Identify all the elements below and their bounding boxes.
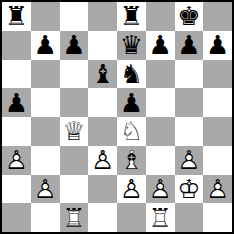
black-knight: ♞	[117, 60, 146, 89]
black-piece-fill: ♝	[88, 60, 117, 89]
square-g1[interactable]	[175, 203, 204, 232]
white-queen: ♛♕	[60, 117, 89, 146]
black-piece-fill: ♟	[203, 31, 232, 60]
square-d1[interactable]	[88, 203, 117, 232]
black-piece-fill: ♟	[117, 88, 146, 117]
square-h4[interactable]	[203, 117, 232, 146]
square-d2[interactable]	[88, 175, 117, 204]
square-b3[interactable]	[31, 146, 60, 175]
square-c1[interactable]: ♜♖	[60, 203, 89, 232]
square-c7[interactable]: ♟	[60, 31, 89, 60]
square-e5[interactable]: ♟	[117, 88, 146, 117]
square-b2[interactable]: ♟♙	[31, 175, 60, 204]
black-pawn: ♟	[60, 31, 89, 60]
square-d7[interactable]	[88, 31, 117, 60]
black-piece-fill: ♟	[146, 31, 175, 60]
white-piece-outline: ♖	[60, 203, 89, 232]
square-b5[interactable]	[31, 88, 60, 117]
square-g5[interactable]	[175, 88, 204, 117]
square-e3[interactable]: ♝♗	[117, 146, 146, 175]
square-e2[interactable]: ♟♙	[117, 175, 146, 204]
black-pawn: ♟	[146, 31, 175, 60]
square-d6[interactable]: ♝	[88, 60, 117, 89]
square-c4[interactable]: ♛♕	[60, 117, 89, 146]
white-piece-outline: ♔	[175, 175, 204, 204]
square-h8[interactable]	[203, 2, 232, 31]
square-e6[interactable]: ♞	[117, 60, 146, 89]
white-piece-outline: ♙	[88, 146, 117, 175]
square-f3[interactable]	[146, 146, 175, 175]
square-d8[interactable]	[88, 2, 117, 31]
square-f7[interactable]: ♟	[146, 31, 175, 60]
black-piece-fill: ♛	[117, 31, 146, 60]
black-piece-fill: ♞	[117, 60, 146, 89]
white-rook: ♜♖	[60, 203, 89, 232]
white-pawn: ♟♙	[2, 146, 31, 175]
chess-board[interactable]: ♜♜♚♟♟♛♟♟♟♝♞♟♟♛♕♞♘♟♙♟♙♝♗♟♙♟♙♟♙♟♙♚♔♟♙♜♖♜♖	[0, 0, 234, 234]
white-piece-outline: ♙	[203, 175, 232, 204]
black-rook: ♜	[2, 2, 31, 31]
square-h1[interactable]	[203, 203, 232, 232]
chess-diagram: ♜♜♚♟♟♛♟♟♟♝♞♟♟♛♕♞♘♟♙♟♙♝♗♟♙♟♙♟♙♟♙♚♔♟♙♜♖♜♖	[0, 0, 234, 234]
white-piece-outline: ♕	[60, 117, 89, 146]
white-piece-outline: ♙	[146, 175, 175, 204]
black-bishop: ♝	[88, 60, 117, 89]
square-g7[interactable]: ♟	[175, 31, 204, 60]
white-rook: ♜♖	[146, 203, 175, 232]
black-pawn: ♟	[203, 31, 232, 60]
white-piece-outline: ♖	[146, 203, 175, 232]
white-pawn: ♟♙	[88, 146, 117, 175]
square-c6[interactable]	[60, 60, 89, 89]
square-b1[interactable]	[31, 203, 60, 232]
square-f8[interactable]	[146, 2, 175, 31]
black-piece-fill: ♚	[175, 2, 204, 31]
square-h5[interactable]	[203, 88, 232, 117]
square-a1[interactable]	[2, 203, 31, 232]
black-piece-fill: ♜	[117, 2, 146, 31]
square-c2[interactable]	[60, 175, 89, 204]
white-pawn: ♟♙	[203, 175, 232, 204]
black-piece-fill: ♟	[31, 31, 60, 60]
white-piece-outline: ♙	[31, 175, 60, 204]
square-a5[interactable]: ♟	[2, 88, 31, 117]
white-piece-outline: ♗	[117, 146, 146, 175]
square-b6[interactable]	[31, 60, 60, 89]
square-h6[interactable]	[203, 60, 232, 89]
white-pawn: ♟♙	[146, 175, 175, 204]
square-h2[interactable]: ♟♙	[203, 175, 232, 204]
square-g6[interactable]	[175, 60, 204, 89]
black-queen: ♛	[117, 31, 146, 60]
white-king: ♚♔	[175, 175, 204, 204]
black-king: ♚	[175, 2, 204, 31]
white-pawn: ♟♙	[175, 146, 204, 175]
square-g2[interactable]: ♚♔	[175, 175, 204, 204]
white-piece-outline: ♙	[117, 175, 146, 204]
black-piece-fill: ♜	[2, 2, 31, 31]
square-g4[interactable]	[175, 117, 204, 146]
square-a4[interactable]	[2, 117, 31, 146]
square-e4[interactable]: ♞♘	[117, 117, 146, 146]
white-pawn: ♟♙	[31, 175, 60, 204]
black-rook: ♜	[117, 2, 146, 31]
square-c3[interactable]	[60, 146, 89, 175]
square-c8[interactable]	[60, 2, 89, 31]
square-g3[interactable]: ♟♙	[175, 146, 204, 175]
black-pawn: ♟	[117, 88, 146, 117]
square-a8[interactable]: ♜	[2, 2, 31, 31]
square-d5[interactable]	[88, 88, 117, 117]
white-piece-outline: ♙	[2, 146, 31, 175]
square-f1[interactable]: ♜♖	[146, 203, 175, 232]
white-piece-outline: ♘	[117, 117, 146, 146]
black-piece-fill: ♟	[2, 88, 31, 117]
black-pawn: ♟	[2, 88, 31, 117]
white-piece-outline: ♙	[175, 146, 204, 175]
square-a3[interactable]: ♟♙	[2, 146, 31, 175]
square-e7[interactable]: ♛	[117, 31, 146, 60]
square-d3[interactable]: ♟♙	[88, 146, 117, 175]
black-piece-fill: ♟	[175, 31, 204, 60]
black-pawn: ♟	[175, 31, 204, 60]
black-pawn: ♟	[31, 31, 60, 60]
square-a6[interactable]	[2, 60, 31, 89]
black-piece-fill: ♟	[60, 31, 89, 60]
square-b4[interactable]	[31, 117, 60, 146]
square-h7[interactable]: ♟	[203, 31, 232, 60]
square-b7[interactable]: ♟	[31, 31, 60, 60]
square-f5[interactable]	[146, 88, 175, 117]
square-f6[interactable]	[146, 60, 175, 89]
white-knight: ♞♘	[117, 117, 146, 146]
square-b8[interactable]	[31, 2, 60, 31]
square-d4[interactable]	[88, 117, 117, 146]
white-bishop: ♝♗	[117, 146, 146, 175]
square-a2[interactable]	[2, 175, 31, 204]
square-h3[interactable]	[203, 146, 232, 175]
square-e1[interactable]	[117, 203, 146, 232]
square-c5[interactable]	[60, 88, 89, 117]
square-f2[interactable]: ♟♙	[146, 175, 175, 204]
square-g8[interactable]: ♚	[175, 2, 204, 31]
white-pawn: ♟♙	[117, 175, 146, 204]
square-f4[interactable]	[146, 117, 175, 146]
square-a7[interactable]	[2, 31, 31, 60]
square-e8[interactable]: ♜	[117, 2, 146, 31]
